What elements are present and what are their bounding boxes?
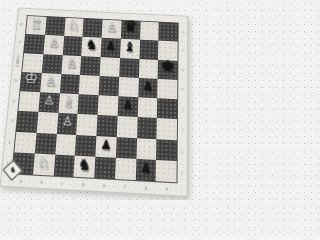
square-f5[interactable] xyxy=(100,57,120,77)
square-g7[interactable] xyxy=(139,40,159,60)
piece-white-pawn-g2[interactable]: ♙ xyxy=(48,37,59,49)
square-c3[interactable]: ♙ xyxy=(56,113,77,134)
square-d3[interactable]: ♗ xyxy=(58,93,79,114)
square-c5[interactable] xyxy=(96,115,117,136)
square-f7[interactable] xyxy=(138,59,158,79)
square-h4[interactable] xyxy=(83,19,103,38)
rank-label-right-8: 8 xyxy=(180,23,187,42)
square-c1[interactable] xyxy=(16,111,38,132)
piece-black-pawn-b5[interactable]: ♟ xyxy=(100,138,112,151)
chess-board: ♖♘♙♛♙♞♟♝♙♚♔♙♟♙♗♟♙♟♘♞♟ abcdefgh 87654321 … xyxy=(0,8,188,197)
square-a3[interactable] xyxy=(53,154,75,176)
piece-white-pawn-d2[interactable]: ♙ xyxy=(43,94,55,106)
square-g2[interactable]: ♙ xyxy=(43,35,64,55)
piece-black-king-f8[interactable]: ♚ xyxy=(161,58,175,74)
piece-black-pawn-a7[interactable]: ♟ xyxy=(140,161,151,174)
rank-label-right-7: 7 xyxy=(179,41,186,60)
square-a7[interactable]: ♟ xyxy=(135,159,156,182)
piece-black-bishop-g6[interactable]: ♝ xyxy=(123,40,136,54)
square-f8[interactable]: ♚ xyxy=(158,60,178,80)
piece-white-knight-a2[interactable]: ♘ xyxy=(37,155,51,170)
piece-black-queen-h6[interactable]: ♛ xyxy=(123,19,137,34)
square-c8[interactable] xyxy=(157,118,177,140)
corner-logo-knight-icon: ♞ xyxy=(9,166,17,174)
square-h7[interactable] xyxy=(140,22,159,41)
piece-black-pawn-g5[interactable]: ♟ xyxy=(105,40,116,52)
square-c6[interactable] xyxy=(117,116,138,137)
square-b3[interactable] xyxy=(55,133,77,155)
piece-white-knight-h3[interactable]: ♘ xyxy=(68,19,81,32)
square-f6[interactable] xyxy=(119,58,139,78)
square-f2[interactable] xyxy=(42,54,63,74)
file-label-c: c xyxy=(52,178,73,188)
square-g4[interactable]: ♞ xyxy=(81,37,101,57)
piece-white-pawn-f3[interactable]: ♙ xyxy=(66,57,77,69)
square-e2[interactable]: ♙ xyxy=(40,73,61,93)
square-h2[interactable] xyxy=(45,17,65,36)
square-a8[interactable] xyxy=(156,160,177,183)
rank-label-right-2: 2 xyxy=(179,140,186,162)
piece-white-pawn-e2[interactable]: ♙ xyxy=(45,75,57,87)
square-b2[interactable] xyxy=(35,132,57,154)
square-e1[interactable]: ♔ xyxy=(20,72,41,92)
square-e5[interactable] xyxy=(99,76,119,97)
square-h6[interactable]: ♛ xyxy=(121,21,141,40)
square-e8[interactable] xyxy=(157,79,177,100)
square-d5[interactable] xyxy=(98,95,119,116)
square-e3[interactable] xyxy=(59,74,80,94)
square-e7[interactable]: ♟ xyxy=(138,78,158,99)
piece-white-bishop-d3[interactable]: ♗ xyxy=(62,94,75,108)
file-label-e: e xyxy=(94,181,115,191)
piece-white-rook-h1[interactable]: ♖ xyxy=(30,17,43,30)
rank-label-right-3: 3 xyxy=(179,120,186,141)
file-label-d: d xyxy=(73,179,94,189)
board-grid: ♖♘♙♛♙♞♟♝♙♚♔♙♟♙♗♟♙♟♘♞♟ xyxy=(11,15,179,183)
file-label-f: f xyxy=(115,182,136,192)
square-g6[interactable]: ♝ xyxy=(120,39,140,59)
file-label-b: b xyxy=(31,177,52,187)
square-h3[interactable]: ♘ xyxy=(64,18,84,37)
square-c2[interactable] xyxy=(36,112,58,133)
piece-black-knight-a4[interactable]: ♞ xyxy=(78,157,92,172)
piece-white-king-e1[interactable]: ♔ xyxy=(24,70,39,86)
square-d8[interactable] xyxy=(157,98,177,119)
square-g3[interactable] xyxy=(62,36,82,56)
piece-black-knight-g4[interactable]: ♞ xyxy=(85,38,98,51)
square-d7[interactable] xyxy=(137,97,157,118)
square-b7[interactable] xyxy=(136,138,157,160)
square-f3[interactable]: ♙ xyxy=(61,55,82,75)
square-f4[interactable] xyxy=(80,56,100,76)
rank-label-right-1: 1 xyxy=(179,162,186,184)
square-a6[interactable] xyxy=(115,158,136,181)
square-d1[interactable] xyxy=(18,91,39,112)
square-h5[interactable]: ♙ xyxy=(102,20,122,39)
square-d2[interactable]: ♙ xyxy=(38,92,59,113)
square-h8[interactable] xyxy=(159,22,178,41)
square-b6[interactable] xyxy=(116,137,137,159)
square-c7[interactable] xyxy=(137,117,158,139)
square-b4[interactable] xyxy=(75,135,96,157)
square-a4[interactable]: ♞ xyxy=(74,155,96,177)
square-e6[interactable] xyxy=(118,77,138,98)
rank-label-right-6: 6 xyxy=(179,60,186,80)
piece-white-pawn-c3[interactable]: ♙ xyxy=(61,115,73,128)
square-g5[interactable]: ♟ xyxy=(101,38,121,58)
square-d4[interactable] xyxy=(78,94,99,115)
file-label-g: g xyxy=(135,183,156,193)
piece-white-pawn-h5[interactable]: ♙ xyxy=(106,22,117,33)
square-a5[interactable] xyxy=(94,156,115,178)
square-c4[interactable] xyxy=(76,114,97,135)
piece-black-pawn-e7[interactable]: ♟ xyxy=(142,80,153,92)
square-h1[interactable]: ♖ xyxy=(26,16,46,35)
square-e4[interactable] xyxy=(79,75,100,95)
square-b8[interactable] xyxy=(156,139,177,161)
square-g1[interactable] xyxy=(24,34,45,54)
square-a2[interactable]: ♘ xyxy=(33,153,55,175)
file-label-h: h xyxy=(156,184,177,194)
square-d6[interactable]: ♟ xyxy=(117,96,137,117)
square-b5[interactable]: ♟ xyxy=(95,136,116,158)
photo-canvas: { "game": "chess", "scene": "black-and-w… xyxy=(0,0,200,200)
piece-black-pawn-d6[interactable]: ♟ xyxy=(122,99,133,111)
rank-labels-right: 87654321 xyxy=(179,23,187,184)
rank-label-right-4: 4 xyxy=(179,99,186,120)
square-b1[interactable] xyxy=(14,131,36,153)
rank-label-right-5: 5 xyxy=(179,80,186,100)
